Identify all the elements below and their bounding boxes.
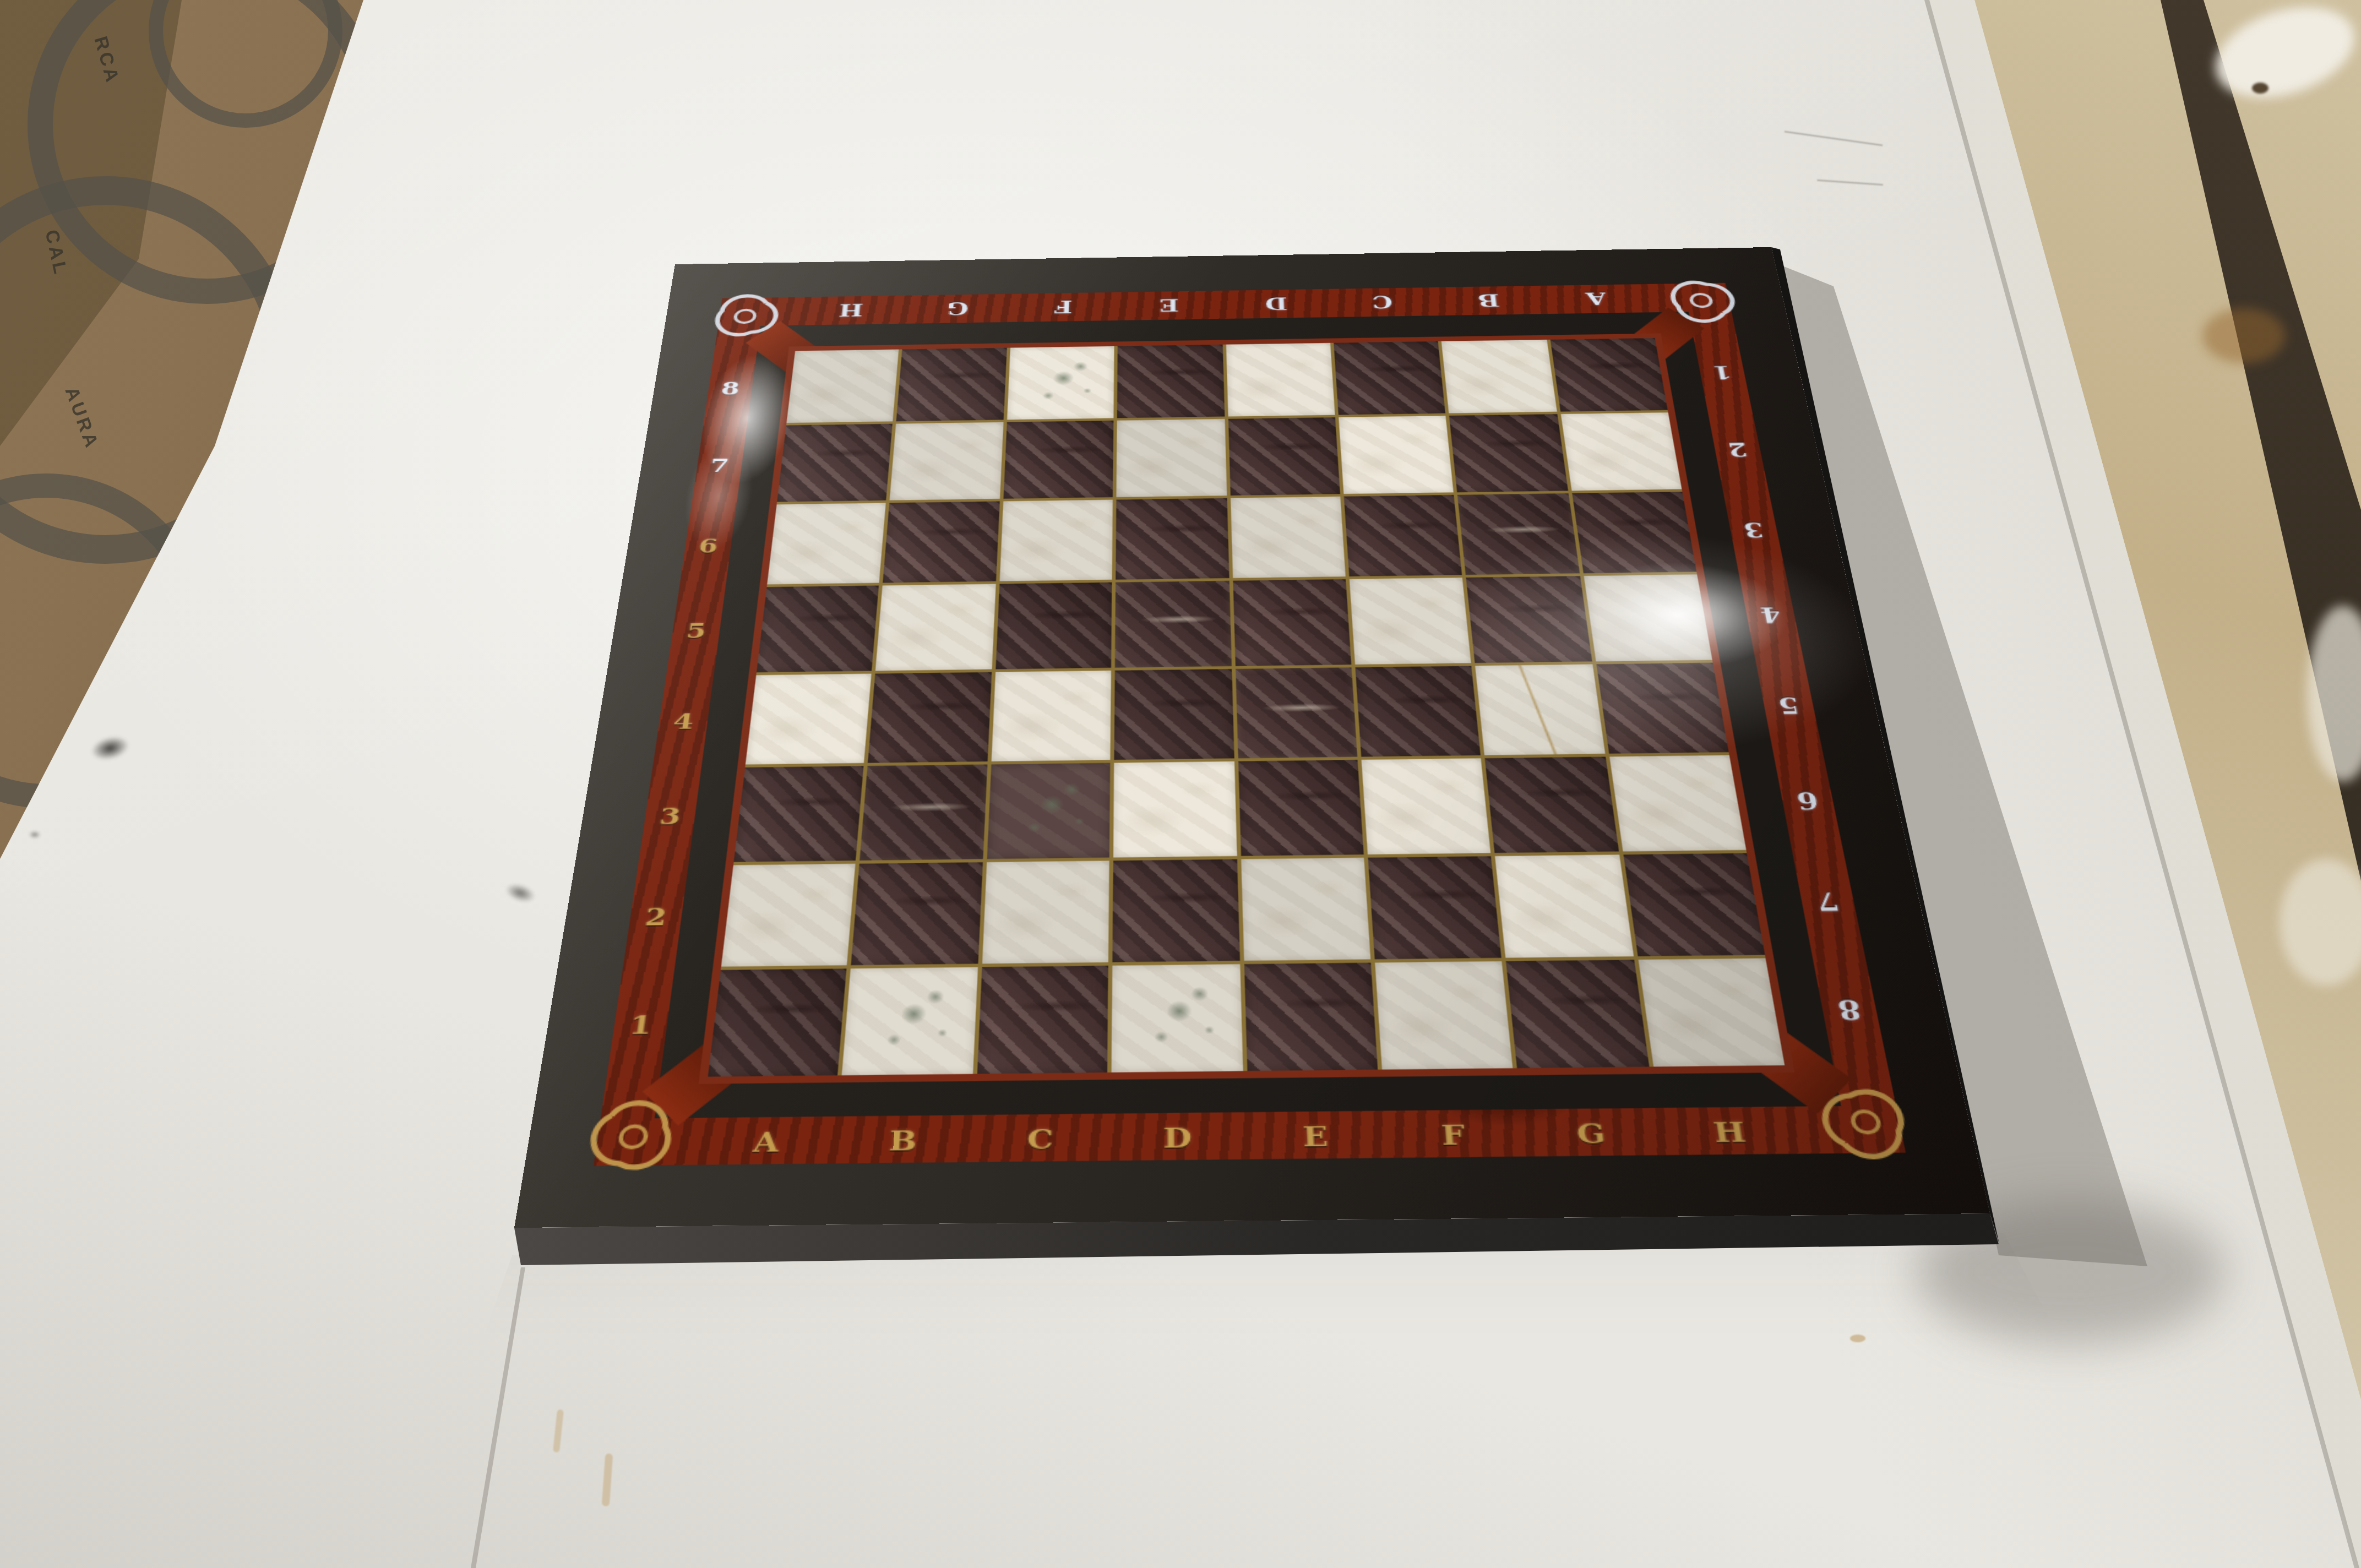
square-f2[interactable] bbox=[1368, 857, 1502, 959]
square-g7[interactable] bbox=[1449, 415, 1568, 492]
file-label-top-d: D bbox=[1264, 295, 1287, 313]
file-label-bottom-c: C bbox=[1027, 1123, 1054, 1152]
square-h1[interactable] bbox=[1638, 958, 1785, 1067]
plywood-dark-spot bbox=[2252, 83, 2268, 94]
square-f6[interactable] bbox=[1343, 495, 1462, 577]
square-e2[interactable] bbox=[1241, 858, 1370, 960]
square-e5[interactable] bbox=[1232, 579, 1351, 666]
chess-board: ABCDEFGHHGFEDCBA8765432112345678 bbox=[514, 247, 1990, 1228]
file-label-top-b: B bbox=[1477, 292, 1501, 309]
rank-label-right-5: 5 bbox=[1776, 694, 1801, 717]
square-f4[interactable] bbox=[1355, 666, 1481, 757]
square-c3[interactable] bbox=[987, 763, 1111, 859]
square-a2[interactable] bbox=[721, 864, 856, 966]
square-b5[interactable] bbox=[876, 584, 995, 671]
rank-label-left-2: 2 bbox=[644, 903, 668, 929]
rank-label-left-7: 7 bbox=[709, 455, 731, 474]
square-c1[interactable] bbox=[977, 965, 1108, 1074]
square-f8[interactable] bbox=[1334, 341, 1446, 415]
rank-label-right-4: 4 bbox=[1759, 605, 1783, 627]
rank-label-right-3: 3 bbox=[1742, 520, 1766, 541]
file-label-bottom-g: G bbox=[1575, 1118, 1607, 1146]
plywood-paint-smear bbox=[2280, 859, 2361, 986]
table-smudge bbox=[26, 830, 43, 839]
square-d8[interactable] bbox=[1117, 345, 1224, 418]
plywood-stain bbox=[2202, 308, 2285, 363]
square-g5[interactable] bbox=[1466, 576, 1592, 662]
square-h2[interactable] bbox=[1623, 853, 1765, 956]
square-a7[interactable] bbox=[777, 424, 893, 502]
square-e1[interactable] bbox=[1243, 962, 1378, 1071]
square-b7[interactable] bbox=[890, 422, 1003, 500]
square-e3[interactable] bbox=[1238, 760, 1364, 856]
square-f3[interactable] bbox=[1361, 758, 1491, 854]
square-a6[interactable] bbox=[767, 503, 886, 585]
square-d4[interactable] bbox=[1114, 668, 1234, 760]
square-g4[interactable] bbox=[1476, 664, 1605, 755]
square-b8[interactable] bbox=[896, 348, 1007, 422]
square-d2[interactable] bbox=[1113, 859, 1239, 962]
square-b1[interactable] bbox=[842, 967, 978, 1075]
square-h7[interactable] bbox=[1560, 413, 1682, 491]
file-label-bottom-b: B bbox=[888, 1125, 918, 1153]
board-squares-field bbox=[708, 338, 1785, 1077]
square-b2[interactable] bbox=[851, 863, 982, 965]
rank-label-right-2: 2 bbox=[1726, 440, 1749, 459]
square-f5[interactable] bbox=[1349, 578, 1471, 664]
square-g2[interactable] bbox=[1495, 855, 1633, 957]
square-a8[interactable] bbox=[786, 350, 899, 423]
square-g3[interactable] bbox=[1485, 756, 1618, 853]
rank-label-left-8: 8 bbox=[720, 378, 741, 396]
file-label-top-h: H bbox=[838, 302, 864, 319]
square-d5[interactable] bbox=[1115, 581, 1231, 667]
square-d3[interactable] bbox=[1113, 761, 1236, 858]
rank-label-right-1: 1 bbox=[1711, 364, 1733, 382]
square-h3[interactable] bbox=[1609, 755, 1746, 852]
square-b3[interactable] bbox=[860, 764, 987, 861]
rank-label-left-6: 6 bbox=[697, 535, 719, 555]
file-label-top-f: F bbox=[1054, 298, 1073, 316]
rank-label-left-3: 3 bbox=[658, 803, 682, 827]
file-label-top-g: G bbox=[946, 300, 969, 318]
square-d6[interactable] bbox=[1116, 498, 1228, 580]
file-label-bottom-h: H bbox=[1711, 1117, 1748, 1145]
square-h6[interactable] bbox=[1571, 492, 1696, 574]
square-h5[interactable] bbox=[1584, 575, 1712, 661]
file-label-top-c: C bbox=[1372, 293, 1394, 311]
square-c2[interactable] bbox=[982, 861, 1109, 963]
rank-label-left-4: 4 bbox=[672, 709, 695, 731]
square-h4[interactable] bbox=[1596, 662, 1728, 754]
square-b4[interactable] bbox=[868, 672, 992, 763]
square-e4[interactable] bbox=[1235, 667, 1357, 758]
square-e7[interactable] bbox=[1228, 418, 1340, 496]
square-f1[interactable] bbox=[1375, 961, 1513, 1070]
square-c6[interactable] bbox=[999, 499, 1113, 581]
file-label-bottom-f: F bbox=[1440, 1119, 1466, 1148]
square-g6[interactable] bbox=[1457, 493, 1579, 575]
file-label-bottom-a: A bbox=[752, 1126, 781, 1155]
square-g1[interactable] bbox=[1506, 959, 1649, 1068]
rank-label-left-1: 1 bbox=[628, 1010, 654, 1037]
file-label-top-e: E bbox=[1160, 297, 1179, 314]
square-e6[interactable] bbox=[1230, 496, 1346, 578]
square-c4[interactable] bbox=[991, 670, 1111, 761]
file-label-top-a: A bbox=[1585, 290, 1607, 308]
square-a3[interactable] bbox=[734, 766, 864, 862]
square-g8[interactable] bbox=[1441, 340, 1557, 413]
square-c7[interactable] bbox=[1003, 421, 1114, 498]
square-d1[interactable] bbox=[1112, 963, 1242, 1072]
square-a4[interactable] bbox=[746, 673, 872, 765]
square-d7[interactable] bbox=[1117, 419, 1227, 497]
file-label-bottom-d: D bbox=[1163, 1122, 1192, 1151]
square-e8[interactable] bbox=[1226, 343, 1335, 417]
square-a1[interactable] bbox=[708, 968, 847, 1077]
file-label-bottom-e: E bbox=[1302, 1120, 1328, 1149]
rank-label-left-5: 5 bbox=[685, 619, 708, 641]
square-c8[interactable] bbox=[1007, 346, 1114, 420]
square-h8[interactable] bbox=[1550, 338, 1668, 412]
square-b6[interactable] bbox=[883, 501, 999, 583]
square-c5[interactable] bbox=[995, 582, 1112, 669]
square-a5[interactable] bbox=[757, 586, 879, 672]
photo-scene: { "game": "chess", "scene": "empty marbl… bbox=[0, 0, 2361, 1568]
square-f7[interactable] bbox=[1339, 416, 1454, 494]
